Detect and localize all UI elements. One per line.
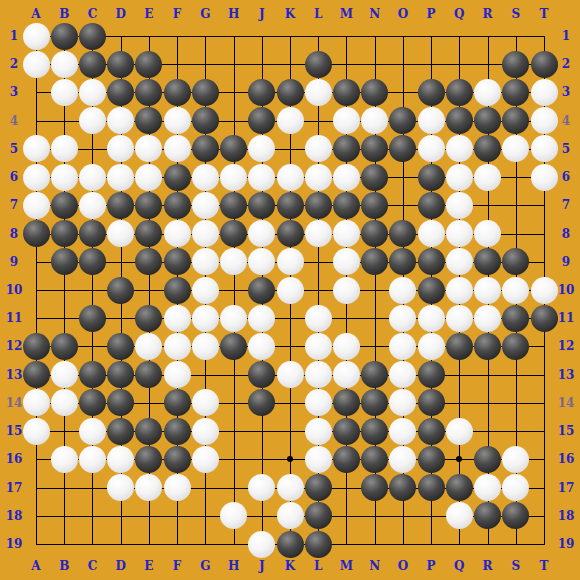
stone-black [418, 192, 445, 219]
stone-black [107, 79, 134, 106]
column-label-bottom: L [305, 558, 331, 574]
stone-black [164, 248, 191, 275]
stone-black [474, 333, 501, 360]
stone-black [333, 79, 360, 106]
stone-white [164, 220, 191, 247]
column-label-bottom: E [136, 558, 162, 574]
stone-black [361, 192, 388, 219]
stone-black [135, 446, 162, 473]
stone-black [164, 418, 191, 445]
stone-white [51, 79, 78, 106]
stone-black [361, 446, 388, 473]
stone-black [333, 446, 360, 473]
stone-black [531, 305, 558, 332]
stone-white [79, 418, 106, 445]
stone-white [446, 277, 473, 304]
column-label-top: F [164, 6, 190, 22]
stone-white [192, 446, 219, 473]
stone-black [164, 389, 191, 416]
stone-white [248, 305, 275, 332]
stone-black [305, 531, 332, 558]
row-label-left: 10 [1, 282, 27, 298]
column-label-top: H [221, 6, 247, 22]
stone-white [446, 192, 473, 219]
stone-black [305, 192, 332, 219]
stone-white [277, 277, 304, 304]
stone-white [220, 164, 247, 191]
stone-black [51, 23, 78, 50]
stone-black [502, 333, 529, 360]
stone-black [418, 248, 445, 275]
stone-white [333, 248, 360, 275]
stone-black [361, 220, 388, 247]
stone-black [51, 248, 78, 275]
stone-white [305, 79, 332, 106]
column-label-top: T [531, 6, 557, 22]
stone-white [23, 51, 50, 78]
stone-white [79, 446, 106, 473]
stone-black [107, 192, 134, 219]
column-label-top: D [108, 6, 134, 22]
stone-white [446, 502, 473, 529]
stone-black [79, 248, 106, 275]
column-label-bottom: D [108, 558, 134, 574]
stone-white [79, 192, 106, 219]
column-label-top: J [249, 6, 275, 22]
stone-black [418, 389, 445, 416]
column-label-top: P [418, 6, 444, 22]
stone-black [418, 474, 445, 501]
stone-white [192, 305, 219, 332]
row-label-left: 16 [1, 451, 27, 467]
row-label-right: 9 [553, 254, 579, 270]
go-board[interactable]: AABBCCDDEEFFGGHHJJKKLLMMNNOOPPQQRRSSTT11… [0, 0, 580, 580]
stone-white [51, 446, 78, 473]
stone-black [164, 79, 191, 106]
column-label-bottom: A [23, 558, 49, 574]
stone-black [248, 79, 275, 106]
stone-white [192, 164, 219, 191]
column-label-top: A [23, 6, 49, 22]
stone-black [220, 220, 247, 247]
stone-black [305, 474, 332, 501]
stone-white [23, 164, 50, 191]
stone-black [277, 79, 304, 106]
stone-white [305, 135, 332, 162]
stone-black [79, 220, 106, 247]
stone-black [220, 333, 247, 360]
column-label-bottom: H [221, 558, 247, 574]
stone-white [305, 418, 332, 445]
stone-white [23, 135, 50, 162]
stone-black [248, 277, 275, 304]
stone-white [277, 474, 304, 501]
stone-white [474, 220, 501, 247]
stone-white [305, 333, 332, 360]
row-label-left: 11 [1, 310, 27, 326]
stone-black [79, 305, 106, 332]
stone-white [418, 305, 445, 332]
row-label-right: 12 [553, 338, 579, 354]
stone-white [474, 164, 501, 191]
column-label-bottom: P [418, 558, 444, 574]
column-label-bottom: N [362, 558, 388, 574]
stone-white [418, 220, 445, 247]
stone-white [277, 502, 304, 529]
stone-white [220, 305, 247, 332]
stone-white [531, 135, 558, 162]
stone-black [23, 361, 50, 388]
stone-black [51, 333, 78, 360]
stone-white [446, 220, 473, 247]
stone-black [361, 164, 388, 191]
stone-black [277, 531, 304, 558]
stone-black [502, 305, 529, 332]
stone-white [192, 192, 219, 219]
stone-white [418, 135, 445, 162]
stone-black [418, 79, 445, 106]
row-label-left: 18 [1, 508, 27, 524]
stone-white [23, 418, 50, 445]
stone-white [107, 164, 134, 191]
column-label-top: E [136, 6, 162, 22]
stone-black [361, 418, 388, 445]
stone-black [192, 107, 219, 134]
stone-white [23, 192, 50, 219]
stone-black [192, 79, 219, 106]
stone-black [474, 446, 501, 473]
stone-black [502, 51, 529, 78]
stone-white [23, 23, 50, 50]
stone-white [51, 51, 78, 78]
row-label-left: 3 [1, 84, 27, 100]
stone-white [164, 305, 191, 332]
stone-white [277, 107, 304, 134]
stone-black [333, 418, 360, 445]
row-label-right: 7 [553, 197, 579, 213]
stone-white [51, 164, 78, 191]
row-label-left: 17 [1, 480, 27, 496]
stone-white [446, 418, 473, 445]
stone-white [51, 389, 78, 416]
stone-white [418, 107, 445, 134]
row-label-right: 18 [553, 508, 579, 524]
stone-white [192, 220, 219, 247]
stone-white [248, 531, 275, 558]
stone-white [418, 333, 445, 360]
stone-black [220, 192, 247, 219]
stone-white [192, 248, 219, 275]
stone-white [107, 446, 134, 473]
stone-black [79, 361, 106, 388]
stone-black [305, 51, 332, 78]
row-label-left: 19 [1, 536, 27, 552]
column-label-top: B [51, 6, 77, 22]
column-label-top: L [305, 6, 331, 22]
column-label-bottom: G [192, 558, 218, 574]
row-label-right: 19 [553, 536, 579, 552]
stone-white [474, 305, 501, 332]
stone-black [107, 418, 134, 445]
stone-black [446, 107, 473, 134]
stone-white [192, 277, 219, 304]
row-label-right: 14 [553, 395, 579, 411]
stone-black [23, 333, 50, 360]
stone-black [51, 192, 78, 219]
stone-white [192, 418, 219, 445]
row-label-right: 17 [553, 480, 579, 496]
stone-black [51, 220, 78, 247]
stone-black [164, 192, 191, 219]
stone-white [192, 333, 219, 360]
stone-black [135, 418, 162, 445]
column-label-bottom: T [531, 558, 557, 574]
stone-white [389, 277, 416, 304]
stone-black [79, 23, 106, 50]
stone-black [418, 418, 445, 445]
stone-white [51, 135, 78, 162]
stone-white [474, 79, 501, 106]
stone-white [277, 361, 304, 388]
column-label-top: K [277, 6, 303, 22]
stone-white [333, 277, 360, 304]
stone-white [474, 474, 501, 501]
stone-white [502, 446, 529, 473]
stone-white [248, 333, 275, 360]
stone-black [164, 277, 191, 304]
stone-white [531, 107, 558, 134]
stone-white [305, 389, 332, 416]
column-label-bottom: K [277, 558, 303, 574]
stone-white [164, 474, 191, 501]
stone-black [135, 305, 162, 332]
column-label-top: Q [446, 6, 472, 22]
stone-white [446, 248, 473, 275]
stone-white [164, 135, 191, 162]
column-label-top: M [333, 6, 359, 22]
stone-white [79, 164, 106, 191]
row-label-right: 8 [553, 226, 579, 242]
column-label-top: S [503, 6, 529, 22]
stone-black [277, 220, 304, 247]
stone-black [446, 333, 473, 360]
stone-black [107, 51, 134, 78]
column-label-bottom: C [79, 558, 105, 574]
stone-white [305, 220, 332, 247]
stone-black [418, 164, 445, 191]
column-label-bottom: J [249, 558, 275, 574]
stone-white [502, 277, 529, 304]
stone-white [164, 107, 191, 134]
stone-black [305, 502, 332, 529]
stone-black [502, 79, 529, 106]
stone-white [305, 164, 332, 191]
stone-white [446, 164, 473, 191]
stone-black [277, 192, 304, 219]
stone-white [446, 135, 473, 162]
stone-white [389, 446, 416, 473]
column-label-bottom: B [51, 558, 77, 574]
stone-white [23, 389, 50, 416]
stone-white [389, 305, 416, 332]
stone-black [164, 164, 191, 191]
stone-white [333, 361, 360, 388]
column-label-top: N [362, 6, 388, 22]
stone-black [361, 79, 388, 106]
row-label-right: 13 [553, 367, 579, 383]
stone-white [192, 389, 219, 416]
stone-white [333, 333, 360, 360]
stone-black [418, 361, 445, 388]
stone-white [164, 361, 191, 388]
column-label-bottom: O [390, 558, 416, 574]
stone-white [389, 418, 416, 445]
stone-black [531, 51, 558, 78]
stone-black [135, 51, 162, 78]
stone-black [248, 192, 275, 219]
stone-white [305, 361, 332, 388]
stone-white [248, 164, 275, 191]
row-label-right: 15 [553, 423, 579, 439]
stone-white [446, 305, 473, 332]
column-label-bottom: Q [446, 558, 472, 574]
stone-white [333, 220, 360, 247]
stone-white [277, 164, 304, 191]
stone-white [51, 361, 78, 388]
stone-white [333, 164, 360, 191]
column-label-bottom: F [164, 558, 190, 574]
stone-black [135, 192, 162, 219]
column-label-top: C [79, 6, 105, 22]
stone-black [361, 474, 388, 501]
column-label-top: R [475, 6, 501, 22]
stone-black [446, 79, 473, 106]
stone-white [333, 107, 360, 134]
stone-white [305, 446, 332, 473]
stone-black [333, 192, 360, 219]
column-label-bottom: M [333, 558, 359, 574]
stone-white [305, 305, 332, 332]
stone-black [192, 135, 219, 162]
stone-white [277, 248, 304, 275]
column-label-top: G [192, 6, 218, 22]
stone-white [107, 220, 134, 247]
stone-black [107, 277, 134, 304]
stone-white [164, 333, 191, 360]
column-label-bottom: S [503, 558, 529, 574]
stone-white [531, 164, 558, 191]
stone-black [418, 277, 445, 304]
row-label-right: 16 [553, 451, 579, 467]
stone-white [135, 164, 162, 191]
stone-black [79, 51, 106, 78]
stone-black [474, 107, 501, 134]
stone-white [474, 277, 501, 304]
row-label-left: 4 [1, 113, 27, 129]
stone-black [446, 474, 473, 501]
stone-black [164, 446, 191, 473]
stone-black [418, 446, 445, 473]
stone-white [79, 107, 106, 134]
row-label-left: 9 [1, 254, 27, 270]
row-label-right: 1 [553, 28, 579, 44]
stone-black [23, 220, 50, 247]
stone-black [107, 333, 134, 360]
column-label-bottom: R [475, 558, 501, 574]
column-label-top: O [390, 6, 416, 22]
stone-white [531, 79, 558, 106]
stone-white [531, 277, 558, 304]
stone-white [107, 474, 134, 501]
stone-white [79, 79, 106, 106]
